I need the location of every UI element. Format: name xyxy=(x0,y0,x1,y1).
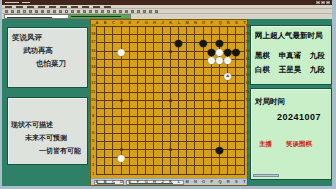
coord-bottom-H: H xyxy=(150,180,158,184)
coord-left-4: 4 xyxy=(91,147,95,151)
coord-bottom-S: S xyxy=(232,180,240,184)
coord-right-15: 15 xyxy=(246,57,250,61)
coord-bottom-E: E xyxy=(126,180,134,184)
coord-top-B: B xyxy=(101,21,109,25)
go-broadcast-window: 笑说风评 武功再高 也怕菜刀 现状不可描述 未来不可预测 一切皆有可能 ●●●●… xyxy=(0,0,336,189)
minimize-button[interactable] xyxy=(316,1,320,4)
coord-top-J: J xyxy=(159,21,167,25)
coord-right-17: 17 xyxy=(246,40,250,44)
coord-top-R: R xyxy=(224,21,232,25)
host-row: 主播 笑谈围棋 xyxy=(251,122,331,149)
commentary-panel-top: 笑说风评 武功再高 也怕菜刀 xyxy=(7,27,88,88)
star-point xyxy=(218,99,221,102)
coord-right-7: 7 xyxy=(246,122,250,126)
toolbar-button-8[interactable] xyxy=(53,10,56,13)
coord-top-F: F xyxy=(134,21,142,25)
coord-left-16: 16 xyxy=(91,49,95,53)
coord-left-11: 11 xyxy=(91,90,95,94)
menu-item-3[interactable] xyxy=(38,6,45,8)
black-stone-Q4: ● xyxy=(215,145,224,154)
coord-top-O: O xyxy=(200,21,208,25)
commentary-line: 也怕菜刀 xyxy=(12,57,87,70)
menu-item-2[interactable] xyxy=(27,6,34,8)
coord-right-1: 1 xyxy=(246,172,250,176)
white-stone-D16: ● xyxy=(117,47,126,56)
coord-right-8: 8 xyxy=(246,114,250,118)
commentary-line: 武功再高 xyxy=(12,44,87,57)
coord-right-9: 9 xyxy=(246,106,250,110)
coord-left-2: 2 xyxy=(91,163,95,167)
toolbar-button-13[interactable] xyxy=(83,10,86,13)
coord-left-10: 10 xyxy=(91,98,95,102)
coord-top-H: H xyxy=(150,21,158,25)
toolbar-button-16[interactable] xyxy=(101,10,104,13)
coord-top-D: D xyxy=(118,21,126,25)
coord-right-6: 6 xyxy=(246,131,250,135)
coord-bottom-P: P xyxy=(208,180,216,184)
coord-left-3: 3 xyxy=(91,155,95,159)
scrollbar[interactable] xyxy=(253,174,279,177)
coord-left-1: 1 xyxy=(91,172,95,176)
coord-left-13: 13 xyxy=(91,73,95,77)
host-name: 笑谈围棋 xyxy=(286,140,312,149)
coord-bottom-Q: Q xyxy=(216,180,224,184)
white-stone-D3: ● xyxy=(117,153,126,162)
toolbar-button-18[interactable] xyxy=(113,10,116,13)
coord-left-19: 19 xyxy=(91,24,95,28)
game-title: 网上超人气最新时局 xyxy=(251,26,331,49)
commentary-line: 现状不可描述 xyxy=(11,118,87,131)
coord-right-19: 19 xyxy=(246,24,250,28)
game-info-panel: 网上超人气最新时局 黑棋 申真谞 九段 白棋 王星昊 九段 xyxy=(250,25,332,85)
coord-bottom-M: M xyxy=(183,180,191,184)
coord-bottom-K: K xyxy=(167,180,175,184)
coord-right-11: 11 xyxy=(246,90,250,94)
toolbar-button-6[interactable] xyxy=(41,10,44,13)
menu-item-9[interactable] xyxy=(104,6,111,8)
window-title-text2 xyxy=(22,2,30,3)
close-button[interactable] xyxy=(326,1,330,4)
coord-left-8: 8 xyxy=(91,114,95,118)
toolbar-button-24[interactable] xyxy=(149,10,152,13)
coord-right-18: 18 xyxy=(246,32,250,36)
coord-bottom-G: G xyxy=(142,180,150,184)
coord-top-M: M xyxy=(183,21,191,25)
coord-top-L: L xyxy=(175,21,183,25)
coord-left-18: 18 xyxy=(91,32,95,36)
coord-top-K: K xyxy=(167,21,175,25)
coord-top-G: G xyxy=(142,21,150,25)
game-time-label: 对局时间 xyxy=(251,89,331,107)
coord-right-2: 2 xyxy=(246,163,250,167)
game-date: 20241007 xyxy=(251,107,331,122)
toolbar-button-5[interactable] xyxy=(35,10,38,13)
toolbar-button-10[interactable] xyxy=(65,10,68,13)
toolbar-button-4[interactable] xyxy=(29,10,32,13)
coord-right-4: 4 xyxy=(246,147,250,151)
toolbar-button-2[interactable] xyxy=(17,10,20,13)
commentary-panel-bottom: 现状不可描述 未来不可预测 一切皆有可能 xyxy=(7,97,88,165)
commentary-line: 未来不可预测 xyxy=(11,131,87,144)
coord-right-13: 13 xyxy=(246,73,250,77)
toolbar-button-14[interactable] xyxy=(89,10,92,13)
game-meta-panel: 对局时间 20241007 主播 笑谈围棋 xyxy=(250,88,332,180)
menu-item-0[interactable] xyxy=(5,6,12,8)
coord-left-14: 14 xyxy=(91,65,95,69)
star-point xyxy=(169,99,172,102)
toolbar-button-1[interactable] xyxy=(11,10,14,13)
toolbar-button-12[interactable] xyxy=(77,10,80,13)
info-text xyxy=(7,17,52,18)
toolbar-button-23[interactable] xyxy=(143,10,146,13)
coord-bottom-A: A xyxy=(93,180,101,184)
coord-right-16: 16 xyxy=(246,49,250,53)
coord-bottom-D: D xyxy=(118,180,126,184)
white-player-row: 白棋 王星昊 九段 xyxy=(251,63,331,77)
star-point xyxy=(120,99,123,102)
black-label: 黑棋 xyxy=(255,49,270,63)
host-label: 主播 xyxy=(259,140,272,149)
coord-left-12: 12 xyxy=(91,81,95,85)
commentary-line: 笑说风评 xyxy=(12,31,87,44)
coord-left-5: 5 xyxy=(91,139,95,143)
info-highlight-text xyxy=(71,16,121,17)
coord-bottom-F: F xyxy=(134,180,142,184)
coord-bottom-T: T xyxy=(241,180,249,184)
coord-bottom-N: N xyxy=(191,180,199,184)
coord-bottom-J: J xyxy=(159,180,167,184)
toolbar-button-7[interactable] xyxy=(47,10,50,13)
coord-bottom-O: O xyxy=(200,180,208,184)
coord-right-10: 10 xyxy=(246,98,250,102)
last-move-marker: ▲ xyxy=(225,73,231,78)
toolbar-button-3[interactable] xyxy=(23,10,26,13)
black-stone-S16: ● xyxy=(231,47,240,56)
toolbar-button-11[interactable] xyxy=(71,10,74,13)
coord-right-5: 5 xyxy=(246,139,250,143)
go-board-panel: ●●●●●●●●●●●●●●▲ AABBCCDDEEFFGGHHJJKKLLMM… xyxy=(90,19,248,186)
coord-left-7: 7 xyxy=(91,122,95,126)
white-label: 白棋 xyxy=(255,63,270,77)
star-point xyxy=(169,50,172,53)
coord-right-12: 12 xyxy=(246,81,250,85)
white-stone-R15: ● xyxy=(223,55,232,64)
star-point xyxy=(169,148,172,151)
coord-bottom-C: C xyxy=(109,180,117,184)
window-title-text xyxy=(5,2,19,3)
go-board-grid[interactable]: ●●●●●●●●●●●●●●▲ xyxy=(96,26,245,175)
coord-top-P: P xyxy=(208,21,216,25)
coord-bottom-R: R xyxy=(224,180,232,184)
black-stone-L17: ● xyxy=(174,38,183,47)
white-player-name: 王星昊 xyxy=(279,63,302,77)
coord-bottom-B: B xyxy=(101,180,109,184)
black-player-rank: 九段 xyxy=(310,49,325,63)
menu-item-7[interactable] xyxy=(82,6,89,8)
coord-top-E: E xyxy=(126,21,134,25)
toolbar-button-17[interactable] xyxy=(107,10,110,13)
toolbar-button-22[interactable] xyxy=(137,10,140,13)
toolbar-button-25[interactable] xyxy=(155,10,158,13)
menu-item-4[interactable] xyxy=(49,6,56,8)
coord-top-S: S xyxy=(232,21,240,25)
menu-item-1[interactable] xyxy=(16,6,23,8)
coord-right-14: 14 xyxy=(246,65,250,69)
toolbar-button-21[interactable] xyxy=(131,10,134,13)
info-highlight xyxy=(68,15,130,18)
white-player-rank: 九段 xyxy=(310,63,325,77)
toolbar-button-19[interactable] xyxy=(119,10,122,13)
coord-bottom-L: L xyxy=(175,180,183,184)
maximize-button[interactable] xyxy=(321,1,325,4)
coord-top-N: N xyxy=(191,21,199,25)
coord-top-Q: Q xyxy=(216,21,224,25)
toolbar-button-0[interactable] xyxy=(5,10,8,13)
menu-item-5[interactable] xyxy=(60,6,67,8)
coord-left-17: 17 xyxy=(91,40,95,44)
black-player-name: 申真谞 xyxy=(279,49,302,63)
black-player-row: 黑棋 申真谞 九段 xyxy=(251,49,331,63)
menu-item-8[interactable] xyxy=(93,6,100,8)
coord-top-C: C xyxy=(109,21,117,25)
commentary-line: 一切皆有可能 xyxy=(11,144,87,157)
menu-item-6[interactable] xyxy=(71,6,78,8)
coord-left-6: 6 xyxy=(91,131,95,135)
coord-left-15: 15 xyxy=(91,57,95,61)
star-point xyxy=(120,148,123,151)
toolbar-button-9[interactable] xyxy=(59,10,62,13)
coord-left-9: 9 xyxy=(91,106,95,110)
toolbar-button-15[interactable] xyxy=(95,10,98,13)
coord-right-3: 3 xyxy=(246,155,250,159)
toolbar-button-20[interactable] xyxy=(125,10,128,13)
